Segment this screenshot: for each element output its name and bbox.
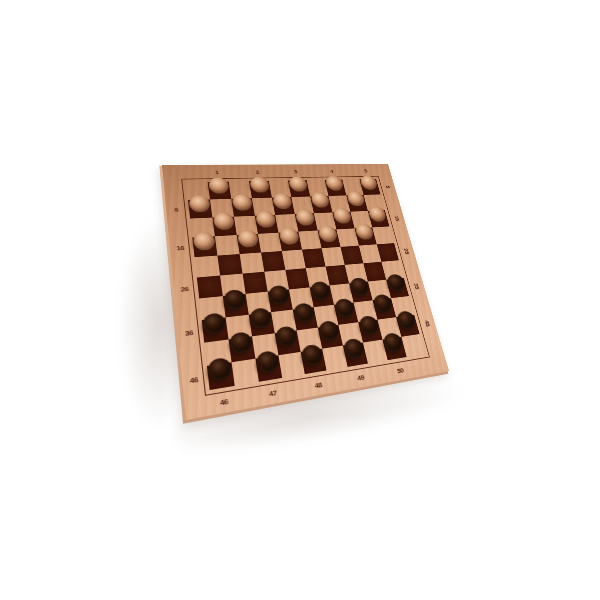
- square-1[interactable]: [208, 182, 232, 200]
- square-16[interactable]: [192, 236, 217, 257]
- draughts-board: 123456162636465152535454647484950: [162, 164, 449, 420]
- label-bottom-46: 46: [220, 398, 229, 407]
- square-7[interactable]: [231, 198, 255, 216]
- label-top-2: 2: [255, 169, 259, 174]
- label-left-6: 6: [174, 207, 178, 213]
- label-top-5: 5: [364, 169, 368, 174]
- square-26[interactable]: [197, 276, 223, 299]
- label-bottom-47: 47: [269, 389, 278, 398]
- label-left-46: 46: [189, 376, 198, 385]
- label-right-45: 45: [423, 320, 430, 327]
- label-top-4: 4: [330, 169, 334, 174]
- light-square: [232, 359, 259, 386]
- square-31[interactable]: [223, 294, 249, 318]
- label-right-15: 15: [393, 215, 400, 220]
- square-17[interactable]: [237, 234, 261, 254]
- light-square: [215, 235, 240, 256]
- label-right-35: 35: [413, 283, 420, 289]
- label-left-26: 26: [180, 285, 188, 293]
- label-left-36: 36: [185, 329, 194, 337]
- light-square: [195, 256, 221, 278]
- label-bottom-50: 50: [397, 367, 405, 375]
- square-21[interactable]: [217, 254, 242, 276]
- square-6[interactable]: [188, 199, 212, 218]
- label-top-3: 3: [294, 169, 298, 174]
- label-bottom-48: 48: [314, 382, 322, 391]
- board-grid: [186, 179, 425, 390]
- label-right-5: 5: [384, 185, 390, 188]
- label-right-25: 25: [403, 248, 410, 254]
- label-top-1: 1: [215, 170, 219, 175]
- label-bottom-49: 49: [357, 374, 365, 382]
- label-left-16: 16: [176, 245, 184, 252]
- square-46[interactable]: [207, 362, 235, 390]
- light-square: [240, 252, 265, 273]
- board-number-labels: 123456162636465152535454647484950: [162, 164, 388, 165]
- square-11[interactable]: [212, 217, 236, 237]
- photo-scene: 123456162636465152535454647484950: [0, 0, 600, 600]
